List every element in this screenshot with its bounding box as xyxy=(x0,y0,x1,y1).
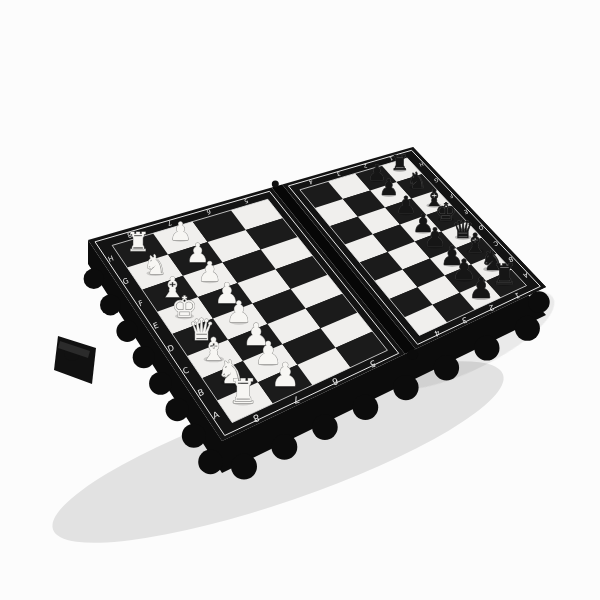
piece-glyph: ♜ xyxy=(491,258,516,291)
hinge-top xyxy=(272,180,279,187)
piece-black-rook-a1[interactable]: ♜ xyxy=(491,258,516,291)
piece-glyph: ♟ xyxy=(468,271,494,305)
product-photo: 88776655HGFEDCBA44332211HGFEDCBA♜♟♞♟♝♟♚♟… xyxy=(0,0,600,600)
clasp-tab xyxy=(54,336,96,384)
piece-white-pawn-a7[interactable]: ♟ xyxy=(271,356,300,394)
piece-glyph: ♜ xyxy=(228,372,258,411)
chess-set-photo: 88776655HGFEDCBA44332211HGFEDCBA♜♟♞♟♝♟♚♟… xyxy=(0,0,600,600)
piece-black-pawn-a2[interactable]: ♟ xyxy=(468,271,494,305)
piece-glyph: ♟ xyxy=(271,356,300,394)
hinge-bottom xyxy=(407,349,418,360)
piece-white-rook-a8[interactable]: ♜ xyxy=(228,372,258,411)
